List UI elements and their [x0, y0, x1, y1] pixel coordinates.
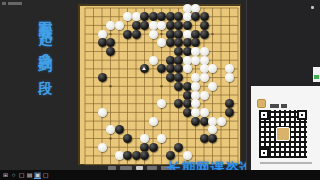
- toolbar-btn[interactable]: [108, 166, 116, 170]
- app-icon[interactable]: ▢: [42, 172, 49, 179]
- stone-white: [98, 108, 107, 117]
- stone-black: [183, 21, 192, 30]
- stone-black: [174, 82, 183, 91]
- stone-white: [115, 21, 124, 30]
- stone-white: [106, 21, 115, 30]
- search-icon[interactable]: ○: [10, 172, 17, 179]
- task-view-icon[interactable]: ▢: [18, 172, 25, 179]
- file-explorer-icon[interactable]: ▤: [26, 172, 33, 179]
- qr-finder-icon: [259, 148, 269, 158]
- stone-white: [208, 82, 217, 91]
- stone-black: [115, 125, 124, 134]
- stone-white: [200, 56, 209, 65]
- avatar: [257, 99, 266, 108]
- qr-finder-icon: [259, 110, 269, 120]
- stone-white: [98, 30, 107, 39]
- stone-black: [208, 134, 217, 143]
- stone-black: [200, 12, 209, 21]
- stone-white: [98, 143, 107, 152]
- stone-black: [225, 108, 234, 117]
- stone-white: [200, 73, 209, 82]
- window-title-text: [2, 2, 22, 5]
- desktop-screen: 跟我一起5段到9段 长期网课咨询+ ⊞○▢▤▣▢: [0, 0, 320, 180]
- stone-black: [191, 117, 200, 126]
- stone-white: [157, 134, 166, 143]
- stone-black: [132, 30, 141, 39]
- last-move-marker: [142, 67, 146, 70]
- stone-white: [217, 117, 226, 126]
- stone-black: [174, 21, 183, 30]
- stone-black: [174, 143, 183, 152]
- stone-white: [191, 91, 200, 100]
- qr-code: [259, 110, 307, 158]
- stone-black: [174, 30, 183, 39]
- stone-white: [200, 91, 209, 100]
- go-board[interactable]: [78, 4, 241, 165]
- qr-finder-icon: [297, 110, 307, 120]
- stone-white: [200, 108, 209, 117]
- taskbar[interactable]: ⊞○▢▤▣▢: [0, 170, 320, 180]
- stone-black: [200, 21, 209, 30]
- stone-white: [191, 56, 200, 65]
- stone-white: [149, 56, 158, 65]
- stone-white: [157, 21, 166, 30]
- stone-white: [191, 82, 200, 91]
- stone-white: [140, 134, 149, 143]
- stone-black: [200, 30, 209, 39]
- stone-white: [200, 47, 209, 56]
- stone-black: [123, 134, 132, 143]
- contact-card: [251, 86, 320, 170]
- stone-white: [149, 117, 158, 126]
- stone-white: [149, 30, 158, 39]
- stone-white: [183, 64, 192, 73]
- stone-white: [191, 108, 200, 117]
- stone-black: [140, 21, 149, 30]
- qr-center-avatar: [276, 127, 290, 141]
- panel-footer-text: [260, 162, 312, 164]
- window-control-icon[interactable]: [311, 6, 314, 9]
- stone-white: [191, 4, 200, 13]
- stone-black: [140, 143, 149, 152]
- stone-white: [208, 117, 217, 126]
- stone-black: [174, 47, 183, 56]
- start-icon[interactable]: ⊞: [2, 172, 9, 179]
- mini-window-icon[interactable]: [313, 67, 320, 82]
- stone-white: [191, 47, 200, 56]
- right-sidebar: [246, 0, 320, 170]
- toolbar-btn[interactable]: [147, 166, 157, 170]
- stone-black: [191, 30, 200, 39]
- left-caption-text: 跟我一起5段到9段: [37, 10, 55, 174]
- stone-black: [123, 30, 132, 39]
- toolbar-btn[interactable]: [120, 166, 132, 170]
- stone-black: [174, 56, 183, 65]
- app-active-icon[interactable]: ▣: [34, 172, 41, 179]
- stone-black: [149, 143, 158, 152]
- stone-black: [106, 47, 115, 56]
- stone-black: [98, 73, 107, 82]
